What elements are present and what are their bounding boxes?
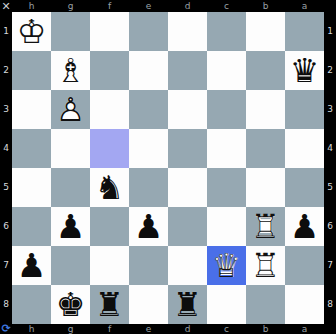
white-rook[interactable]: ♜♖ <box>246 246 285 285</box>
rank-label-left-3: 3 <box>0 90 12 129</box>
square-a7[interactable] <box>285 246 324 285</box>
file-label-bottom-h: h <box>12 324 51 334</box>
square-d5[interactable] <box>168 168 207 207</box>
square-d2[interactable] <box>168 51 207 90</box>
file-label-top-e: e <box>129 0 168 12</box>
square-e7[interactable] <box>129 246 168 285</box>
file-label-top-a: a <box>285 0 324 12</box>
white-queen[interactable]: ♛♕ <box>207 246 246 285</box>
black-pawn-glyph: ♟ <box>285 207 324 246</box>
file-label-bottom-e: e <box>129 324 168 334</box>
file-label-top-b: b <box>246 0 285 12</box>
square-f3[interactable] <box>90 90 129 129</box>
square-f7[interactable] <box>90 246 129 285</box>
white-queen-glyph: ♕ <box>207 246 246 285</box>
white-king-glyph: ♔ <box>12 12 51 51</box>
black-pawn-glyph: ♟ <box>129 207 168 246</box>
square-f5[interactable]: ♞ <box>90 168 129 207</box>
file-label-bottom-a: a <box>285 324 324 334</box>
black-pawn[interactable]: ♟ <box>51 207 90 246</box>
rank-label-right-3: 3 <box>324 90 336 129</box>
rank-label-left-8: 8 <box>0 285 12 324</box>
square-f2[interactable] <box>90 51 129 90</box>
square-c6[interactable] <box>207 207 246 246</box>
square-h4[interactable] <box>12 129 51 168</box>
file-label-bottom-b: b <box>246 324 285 334</box>
square-e5[interactable] <box>129 168 168 207</box>
bottom-right-corner <box>324 324 336 334</box>
square-e2[interactable] <box>129 51 168 90</box>
top-right-corner <box>324 0 336 12</box>
black-rook[interactable]: ♜ <box>168 285 207 324</box>
rank-label-right-2: 2 <box>324 51 336 90</box>
black-knight[interactable]: ♞ <box>90 168 129 207</box>
file-label-bottom-d: d <box>168 324 207 334</box>
square-b1[interactable] <box>246 12 285 51</box>
black-pawn[interactable]: ♟ <box>12 246 51 285</box>
square-e8[interactable] <box>129 285 168 324</box>
black-pawn[interactable]: ♟ <box>285 207 324 246</box>
top-left-corner: ✕ <box>0 0 12 12</box>
bottom-left-corner: ⟳ <box>0 324 12 334</box>
square-a8[interactable] <box>285 285 324 324</box>
square-c3[interactable] <box>207 90 246 129</box>
square-c5[interactable] <box>207 168 246 207</box>
square-d8[interactable]: ♜ <box>168 285 207 324</box>
file-label-top-d: d <box>168 0 207 12</box>
square-d7[interactable] <box>168 246 207 285</box>
black-king-glyph: ♚ <box>51 285 90 324</box>
black-pawn[interactable]: ♟ <box>129 207 168 246</box>
white-bishop-glyph: ♗ <box>51 51 90 90</box>
square-f6[interactable] <box>90 207 129 246</box>
rank-label-right-8: 8 <box>324 285 336 324</box>
square-d6[interactable] <box>168 207 207 246</box>
square-b8[interactable] <box>246 285 285 324</box>
square-g1[interactable] <box>51 12 90 51</box>
chess-board: ✕hgfedcba1♚♔12♝♗♛23♟♙3445♞56♟♟♜♖♟67♟♛♕♜♖… <box>0 0 336 334</box>
rank-label-right-1: 1 <box>324 12 336 51</box>
square-f8[interactable]: ♜ <box>90 285 129 324</box>
square-h8[interactable] <box>12 285 51 324</box>
black-queen[interactable]: ♛ <box>285 51 324 90</box>
white-rook-glyph: ♖ <box>246 246 285 285</box>
white-king[interactable]: ♚♔ <box>12 12 51 51</box>
square-b6[interactable]: ♜♖ <box>246 207 285 246</box>
rank-label-left-1: 1 <box>0 12 12 51</box>
file-label-bottom-f: f <box>90 324 129 334</box>
black-queen-glyph: ♛ <box>285 51 324 90</box>
square-g2[interactable]: ♝♗ <box>51 51 90 90</box>
square-a1[interactable] <box>285 12 324 51</box>
square-a5[interactable] <box>285 168 324 207</box>
square-b4[interactable] <box>246 129 285 168</box>
rank-label-left-4: 4 <box>0 129 12 168</box>
file-label-bottom-g: g <box>51 324 90 334</box>
rank-label-left-7: 7 <box>0 246 12 285</box>
square-d1[interactable] <box>168 12 207 51</box>
rank-label-left-2: 2 <box>0 51 12 90</box>
white-pawn[interactable]: ♟♙ <box>51 90 90 129</box>
rank-label-right-4: 4 <box>324 129 336 168</box>
file-label-top-f: f <box>90 0 129 12</box>
rank-label-right-5: 5 <box>324 168 336 207</box>
black-rook[interactable]: ♜ <box>90 285 129 324</box>
square-b7[interactable]: ♜♖ <box>246 246 285 285</box>
square-c4[interactable] <box>207 129 246 168</box>
file-label-top-c: c <box>207 0 246 12</box>
square-d4[interactable] <box>168 129 207 168</box>
square-f1[interactable] <box>90 12 129 51</box>
square-b3[interactable] <box>246 90 285 129</box>
white-pawn-glyph: ♙ <box>51 90 90 129</box>
file-label-top-h: h <box>12 0 51 12</box>
square-g8[interactable]: ♚ <box>51 285 90 324</box>
square-h1[interactable]: ♚♔ <box>12 12 51 51</box>
square-b5[interactable] <box>246 168 285 207</box>
square-d3[interactable] <box>168 90 207 129</box>
square-c2[interactable] <box>207 51 246 90</box>
square-a6[interactable]: ♟ <box>285 207 324 246</box>
black-pawn-glyph: ♟ <box>12 246 51 285</box>
black-knight-glyph: ♞ <box>90 168 129 207</box>
square-c1[interactable] <box>207 12 246 51</box>
square-e4[interactable] <box>129 129 168 168</box>
rank-label-right-6: 6 <box>324 207 336 246</box>
black-king[interactable]: ♚ <box>51 285 90 324</box>
square-g6[interactable]: ♟ <box>51 207 90 246</box>
flip-board-icon[interactable]: ⟳ <box>1 322 10 334</box>
white-rook[interactable]: ♜♖ <box>246 207 285 246</box>
square-h7[interactable]: ♟ <box>12 246 51 285</box>
black-rook-glyph: ♜ <box>90 285 129 324</box>
square-a2[interactable]: ♛ <box>285 51 324 90</box>
white-bishop[interactable]: ♝♗ <box>51 51 90 90</box>
square-c8[interactable] <box>207 285 246 324</box>
square-h5[interactable] <box>12 168 51 207</box>
file-label-bottom-c: c <box>207 324 246 334</box>
file-label-top-g: g <box>51 0 90 12</box>
rank-label-right-7: 7 <box>324 246 336 285</box>
black-pawn-glyph: ♟ <box>51 207 90 246</box>
square-h3[interactable] <box>12 90 51 129</box>
square-h6[interactable] <box>12 207 51 246</box>
square-g5[interactable] <box>51 168 90 207</box>
square-b2[interactable] <box>246 51 285 90</box>
square-c7[interactable]: ♛♕ <box>207 246 246 285</box>
square-f4[interactable] <box>90 129 129 168</box>
square-g3[interactable]: ♟♙ <box>51 90 90 129</box>
close-icon[interactable]: ✕ <box>1 0 10 13</box>
black-rook-glyph: ♜ <box>168 285 207 324</box>
square-a3[interactable] <box>285 90 324 129</box>
square-a4[interactable] <box>285 129 324 168</box>
square-e3[interactable] <box>129 90 168 129</box>
rank-label-left-5: 5 <box>0 168 12 207</box>
white-rook-glyph: ♖ <box>246 207 285 246</box>
rank-label-left-6: 6 <box>0 207 12 246</box>
square-g7[interactable] <box>51 246 90 285</box>
square-e1[interactable] <box>129 12 168 51</box>
square-h2[interactable] <box>12 51 51 90</box>
square-g4[interactable] <box>51 129 90 168</box>
square-e6[interactable]: ♟ <box>129 207 168 246</box>
